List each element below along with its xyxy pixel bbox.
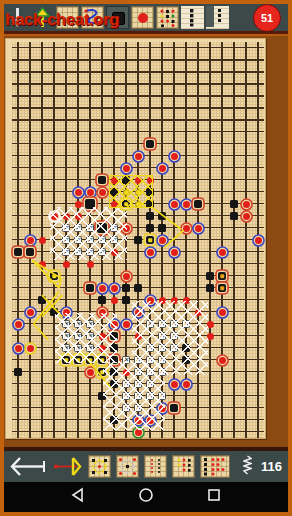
stone-k-7-29[interactable] (96, 390, 108, 402)
nav-back-icon[interactable] (70, 487, 86, 507)
stone-rr-19-14[interactable] (240, 210, 252, 222)
pattern-dots-icon[interactable] (172, 455, 195, 478)
stone-kb-6-13[interactable] (84, 198, 96, 210)
stone-rr-9-19[interactable] (120, 270, 132, 282)
stone-x-8-15[interactable]: ✕ (108, 222, 120, 234)
stone-ky-4-26[interactable] (60, 354, 72, 366)
stone-x-4-16[interactable]: ✕ (60, 234, 72, 246)
stone-rb-13-13[interactable] (168, 198, 180, 210)
stone-kr-6-20[interactable] (84, 282, 96, 294)
stone-x-5-16[interactable]: ✕ (72, 234, 84, 246)
stone-r-8-21[interactable] (108, 294, 120, 306)
stone-r-2-18[interactable] (36, 258, 48, 270)
stone-x-12-24[interactable]: ✕ (156, 330, 168, 342)
stone-k-11-14[interactable] (144, 210, 156, 222)
stone-r-4-18[interactable] (60, 258, 72, 270)
stone-r-12-21[interactable] (156, 294, 168, 306)
stone-k-12-15[interactable] (156, 222, 168, 234)
stone-x-11-25[interactable]: ✕ (144, 342, 156, 354)
stone-x-12-25[interactable]: ✕ (156, 342, 168, 354)
stone-rb-4-22[interactable] (60, 306, 72, 318)
stone-kr-15-13[interactable] (192, 198, 204, 210)
stone-ky-9-13[interactable] (120, 198, 132, 210)
stone-x-12-26[interactable]: ✕ (156, 354, 168, 366)
stone-k-3-22[interactable] (48, 306, 60, 318)
stone-rb-13-9[interactable] (168, 150, 180, 162)
stone-rb-8-23[interactable] (108, 318, 120, 330)
watermark-text: hack-cheat.org (5, 10, 119, 30)
stone-r-8-11[interactable] (108, 174, 120, 186)
board-all-stones-icon[interactable] (156, 6, 179, 29)
stone-x-9-29[interactable]: ✕ (120, 390, 132, 402)
stone-rb-1-22[interactable] (24, 306, 36, 318)
stone-x-7-17[interactable]: ✕ (96, 246, 108, 258)
stone-x-5-24[interactable]: ✕ (72, 330, 84, 342)
stone-k-14-25[interactable] (180, 342, 192, 354)
stone-x-11-28[interactable]: ✕ (144, 378, 156, 390)
stone-rr-14-15[interactable] (180, 222, 192, 234)
stone-k-11-15[interactable] (144, 222, 156, 234)
stone-r-5-14[interactable] (72, 210, 84, 222)
dots-board[interactable]: ✕✕✕✕✕✕✕✕✕✕✕✕✕✕✕✕✕✕✕✕✕✕✕✕✕✕✕✕✕✕✕✕✕✕✕✕✕✕✕✕… (5, 38, 266, 439)
stone-r-6-18[interactable] (84, 258, 96, 270)
stone-r-10-24[interactable] (132, 330, 144, 342)
stone-x-5-23[interactable]: ✕ (72, 318, 84, 330)
stone-rb-14-13[interactable] (180, 198, 192, 210)
stone-x-10-28[interactable]: ✕ (132, 378, 144, 390)
stone-x-9-30[interactable]: ✕ (120, 402, 132, 414)
stone-x-10-26[interactable]: ✕ (132, 354, 144, 366)
pattern-columns-icon[interactable] (144, 455, 167, 478)
undo-arrow-icon[interactable] (8, 455, 48, 478)
stone-rb-5-12[interactable] (72, 186, 84, 198)
stone-rb-15-15[interactable] (192, 222, 204, 234)
stone-rg-10-32[interactable] (132, 426, 144, 438)
stone-x-6-16[interactable]: ✕ (84, 234, 96, 246)
stone-rb-10-31[interactable] (132, 414, 144, 426)
stone-r-14-21[interactable] (180, 294, 192, 306)
stone-x-4-23[interactable]: ✕ (60, 318, 72, 330)
stone-r-10-11[interactable] (132, 174, 144, 186)
stone-r-11-11[interactable] (144, 174, 156, 186)
stone-x-11-29[interactable]: ✕ (144, 390, 156, 402)
stone-k-16-19[interactable] (204, 270, 216, 282)
stone-k-10-16[interactable] (132, 234, 144, 246)
stone-rb-17-17[interactable] (216, 246, 228, 258)
stone-k-12-14[interactable] (156, 210, 168, 222)
stone-r-2-16[interactable] (36, 234, 48, 246)
stone-r-15-22[interactable] (192, 306, 204, 318)
stone-r-8-17[interactable] (108, 246, 120, 258)
stone-rr-7-12[interactable] (96, 186, 108, 198)
stone-ky-5-26[interactable] (72, 354, 84, 366)
stone-x-10-27[interactable]: ✕ (132, 366, 144, 378)
stone-k-8-12[interactable] (108, 186, 120, 198)
stone-k-7-21[interactable] (96, 294, 108, 306)
stone-rb-6-12[interactable] (84, 186, 96, 198)
stone-x-4-15[interactable]: ✕ (60, 222, 72, 234)
stone-x-13-23[interactable]: ✕ (168, 318, 180, 330)
stone-r-8-13[interactable] (108, 198, 120, 210)
stone-rb-0-23[interactable] (12, 318, 24, 330)
stone-k-8-31[interactable] (108, 414, 120, 426)
stone-x-11-27[interactable]: ✕ (144, 366, 156, 378)
stone-x-4-17[interactable]: ✕ (60, 246, 72, 258)
stone-rb-11-31[interactable] (144, 414, 156, 426)
stone-y-10-13[interactable] (132, 198, 144, 210)
stone-rb-10-9[interactable] (132, 150, 144, 162)
stone-x-5-17[interactable]: ✕ (72, 246, 84, 258)
stone-rb-9-23[interactable] (120, 318, 132, 330)
stone-k-11-13[interactable] (144, 198, 156, 210)
stone-rb-9-10[interactable] (120, 162, 132, 174)
stone-rb-7-20[interactable] (96, 282, 108, 294)
stone-x-6-24[interactable]: ✕ (84, 330, 96, 342)
stone-y-9-12[interactable] (120, 186, 132, 198)
nav-recents-icon[interactable] (206, 487, 222, 507)
stone-kr-0-17[interactable] (12, 246, 24, 258)
stone-x-8-16[interactable]: ✕ (108, 234, 120, 246)
app-screen: hack-cheat.org (0, 0, 292, 516)
stone-x-4-25[interactable]: ✕ (60, 342, 72, 354)
highlight-yellow-ring-icon[interactable] (88, 455, 111, 478)
stone-x-11-26[interactable]: ✕ (144, 354, 156, 366)
stone-ry-1-25[interactable] (24, 342, 36, 354)
stone-k-18-13[interactable] (228, 198, 240, 210)
stone-kb-7-15[interactable] (96, 222, 108, 234)
stone-x-10-29[interactable]: ✕ (132, 390, 144, 402)
stone-ko-17-20[interactable] (216, 282, 228, 294)
stone-r-5-13[interactable] (72, 198, 84, 210)
stone-r-16-24[interactable] (204, 330, 216, 342)
stone-k-8-25[interactable] (108, 342, 120, 354)
stone-rb-13-28[interactable] (168, 378, 180, 390)
move-counter: 116 (261, 459, 282, 474)
stone-rb-20-16[interactable] (252, 234, 264, 246)
stone-rr-6-27[interactable] (84, 366, 96, 378)
board-zone: ✕✕✕✕✕✕✕✕✕✕✕✕✕✕✕✕✕✕✕✕✕✕✕✕✕✕✕✕✕✕✕✕✕✕✕✕✕✕✕✕… (4, 36, 288, 447)
stone-kr-8-24[interactable] (108, 330, 120, 342)
stone-rb-11-21[interactable] (144, 294, 156, 306)
stone-ky-11-16[interactable] (144, 234, 156, 246)
stone-rr-17-26[interactable] (216, 354, 228, 366)
stone-x-11-23[interactable]: ✕ (144, 318, 156, 330)
stone-r-13-21[interactable] (168, 294, 180, 306)
board-grid[interactable]: ✕✕✕✕✕✕✕✕✕✕✕✕✕✕✕✕✕✕✕✕✕✕✕✕✕✕✕✕✕✕✕✕✕✕✕✕✕✕✕✕… (12, 42, 264, 438)
stone-ko-17-19[interactable] (216, 270, 228, 282)
stone-x-12-29[interactable]: ✕ (156, 390, 168, 402)
highlight-gray-ring-icon[interactable] (116, 455, 139, 478)
stone-rb-8-20[interactable] (108, 282, 120, 294)
stone-x-5-25[interactable]: ✕ (72, 342, 84, 354)
stone-rb-14-28[interactable] (180, 378, 192, 390)
stone-k-2-21[interactable] (36, 294, 48, 306)
stone-rb-12-30[interactable] (156, 402, 168, 414)
stone-x-7-16[interactable]: ✕ (96, 234, 108, 246)
stone-kr-1-17[interactable] (24, 246, 36, 258)
stone-k-9-11[interactable] (120, 174, 132, 186)
stone-kr-8-26[interactable] (108, 354, 120, 366)
stone-k-9-21[interactable] (120, 294, 132, 306)
stone-x-9-26[interactable]: ✕ (120, 354, 132, 366)
stone-ky-7-27[interactable] (96, 366, 108, 378)
stone-x-9-28[interactable]: ✕ (120, 378, 132, 390)
nav-home-icon[interactable] (138, 487, 154, 507)
stone-ky-3-19[interactable] (48, 270, 60, 282)
stone-x-6-23[interactable]: ✕ (84, 318, 96, 330)
stone-rb-12-10[interactable] (156, 162, 168, 174)
stone-y-10-12[interactable] (132, 186, 144, 198)
stone-k-14-26[interactable] (180, 354, 192, 366)
black-moves-list-icon[interactable] (181, 6, 204, 29)
stone-x-6-25[interactable]: ✕ (84, 342, 96, 354)
stone-x-13-25[interactable]: ✕ (168, 342, 180, 354)
stone-rb-17-22[interactable] (216, 306, 228, 318)
scroll-icon[interactable] (243, 455, 252, 479)
bottom-toolbar: 116 (4, 451, 288, 482)
stone-k-18-14[interactable] (228, 210, 240, 222)
stone-x-12-23[interactable]: ✕ (156, 318, 168, 330)
stone-x-10-30[interactable]: ✕ (132, 402, 144, 414)
android-navbar (4, 482, 288, 512)
stone-rb-10-22[interactable] (132, 306, 144, 318)
capture-counter-badge: 51 (253, 4, 281, 32)
stone-ky-6-26[interactable] (84, 354, 96, 366)
stone-k-8-28[interactable] (108, 378, 120, 390)
red-piece-icon[interactable] (131, 6, 154, 29)
stone-x-6-15[interactable]: ✕ (84, 222, 96, 234)
stone-k-0-27[interactable] (12, 366, 24, 378)
stone-rw-3-14[interactable] (48, 210, 60, 222)
stone-k-11-12[interactable] (144, 186, 156, 198)
stone-rr-9-15[interactable] (120, 222, 132, 234)
stone-kr-7-11[interactable] (96, 174, 108, 186)
stone-rb-13-17[interactable] (168, 246, 180, 258)
stone-rb-0-25[interactable] (12, 342, 24, 354)
stone-r-7-25[interactable] (96, 342, 108, 354)
stone-x-14-23[interactable]: ✕ (180, 318, 192, 330)
stone-rb-11-17[interactable] (144, 246, 156, 258)
stone-x-12-27[interactable]: ✕ (156, 366, 168, 378)
stone-r-9-27[interactable] (120, 366, 132, 378)
stone-kr-13-30[interactable] (168, 402, 180, 414)
stone-rr-7-22[interactable] (96, 306, 108, 318)
stone-rr-19-13[interactable] (240, 198, 252, 210)
stone-rb-12-16[interactable] (156, 234, 168, 246)
stone-x-5-15[interactable]: ✕ (72, 222, 84, 234)
stone-kr-11-8[interactable] (144, 138, 156, 150)
stone-k-8-27[interactable] (108, 366, 120, 378)
stone-x-6-17[interactable]: ✕ (84, 246, 96, 258)
stone-ky-7-26[interactable] (96, 354, 108, 366)
stone-r-7-24[interactable] (96, 330, 108, 342)
redo-arrow-icon[interactable] (53, 455, 83, 478)
stone-rb-1-16[interactable] (24, 234, 36, 246)
stone-k-10-20[interactable] (132, 282, 144, 294)
stone-r-4-14[interactable] (60, 210, 72, 222)
stone-r-16-23[interactable] (204, 318, 216, 330)
stone-k-9-20[interactable] (120, 282, 132, 294)
stone-k-16-20[interactable] (204, 282, 216, 294)
moves-table-icon[interactable] (200, 455, 230, 478)
stone-x-13-24[interactable]: ✕ (168, 330, 180, 342)
red-moves-list-icon[interactable] (206, 6, 229, 29)
stone-x-4-24[interactable]: ✕ (60, 330, 72, 342)
